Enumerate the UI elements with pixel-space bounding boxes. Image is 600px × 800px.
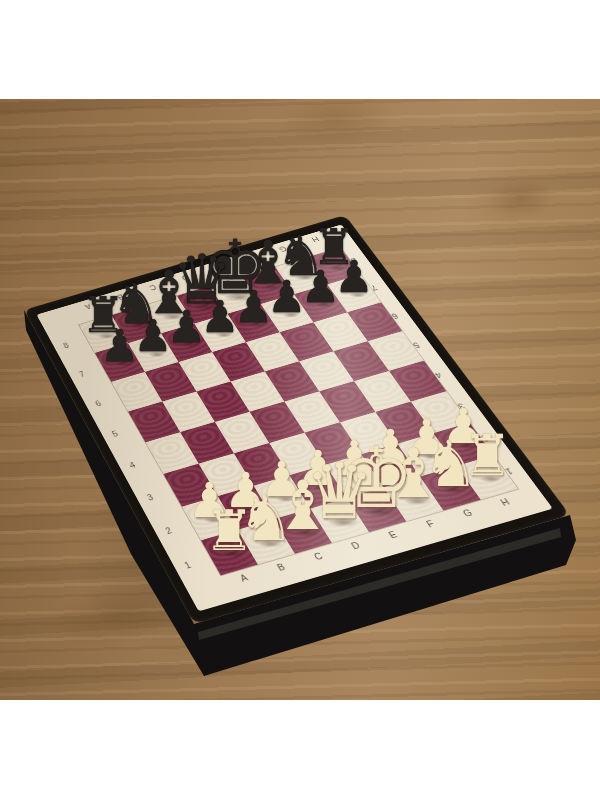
file-label-c-near: C: [312, 551, 324, 562]
rank-label-6-left: 6: [94, 399, 103, 408]
file-label-a-far: A: [83, 303, 92, 311]
file-label-a-near: A: [238, 573, 249, 583]
file-label-b-near: B: [275, 562, 286, 572]
photo-page: AABBCCDDEEFFGGHH1122334455667788 ♜♞♝♛♚♝♞…: [0, 0, 600, 800]
rank-label-5-left: 5: [110, 429, 119, 438]
rank-label-7-left: 7: [77, 369, 85, 377]
rank-label-2-left: 2: [163, 525, 172, 535]
file-label-h-near: H: [499, 497, 512, 507]
rank-label-8-left: 8: [62, 341, 70, 349]
file-label-c-far: C: [148, 283, 158, 291]
file-label-d-near: D: [349, 540, 361, 551]
file-label-h-far: H: [310, 235, 320, 243]
file-label-b-far: B: [115, 293, 124, 301]
file-label-g-far: G: [277, 245, 288, 253]
file-label-e-near: E: [387, 529, 399, 539]
rank-label-3-left: 3: [145, 492, 154, 501]
rank-label-1-left: 1: [182, 560, 192, 570]
file-label-e-far: E: [213, 264, 223, 272]
chess-set-photo: AABBCCDDEEFFGGHH1122334455667788 ♜♞♝♛♚♝♞…: [0, 99, 600, 700]
file-label-d-far: D: [180, 274, 190, 282]
file-label-f-near: F: [424, 519, 435, 529]
file-label-f-far: F: [245, 255, 254, 263]
rank-label-4-left: 4: [127, 460, 136, 469]
file-label-g-near: G: [461, 508, 474, 519]
